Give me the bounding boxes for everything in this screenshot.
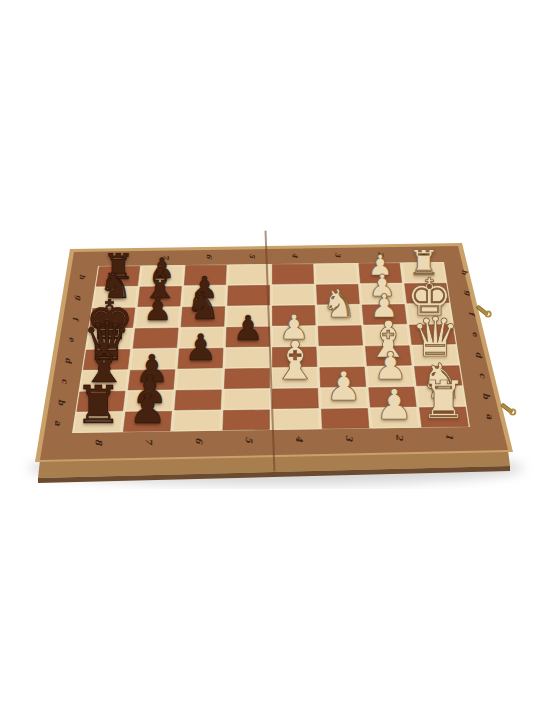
piece-white-knight-f3[interactable]: ♞ — [321, 284, 356, 323]
piece-white-bishop-c4[interactable]: ♝ — [271, 334, 319, 387]
piece-white-rook-a1[interactable]: ♜ — [420, 374, 467, 426]
piece-black-pawn-e5[interactable]: ♟ — [233, 311, 264, 345]
piece-black-pawn-d6[interactable]: ♟ — [184, 330, 216, 366]
piece-black-rook-a8[interactable]: ♜ — [75, 379, 122, 431]
piece-black-knight-f6[interactable]: ♞ — [186, 286, 221, 325]
piece-black-pawn-a7[interactable]: ♟ — [129, 388, 167, 430]
piece-black-pawn-f7[interactable]: ♟ — [143, 293, 172, 325]
chess-set-photo: 8877665544332211aabbccddeeffgghh ♜♟♟♜♞♝♟… — [0, 0, 540, 720]
piece-white-pawn-c2[interactable]: ♟ — [373, 347, 407, 385]
piece-white-pawn-b3[interactable]: ♟ — [326, 366, 362, 406]
pieces-layer: ♜♟♟♜♞♝♟♟♟♞♞♟♚♚♟♟♛♟♝♛♝♟♝♟♟♟♞♜♟♟♜ — [0, 0, 540, 720]
piece-white-pawn-a2[interactable]: ♟ — [376, 384, 414, 426]
